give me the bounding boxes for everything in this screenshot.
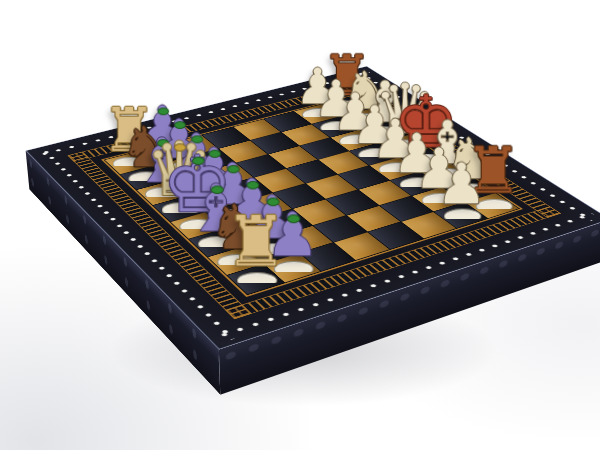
- turban-accent: [192, 157, 205, 165]
- piece-figure: ♟: [425, 157, 498, 213]
- square-h2[interactable]: ♟: [434, 203, 488, 229]
- scene: ♜♟♟♜♞♟♟♞♝♟♟♝♛♟♟♛♚♟♟♚♝♟♟♝♞♟♟♞♜♟♟♜: [0, 0, 600, 450]
- square-h8[interactable]: ♜: [228, 265, 284, 295]
- piece-figure: ♜: [217, 207, 295, 276]
